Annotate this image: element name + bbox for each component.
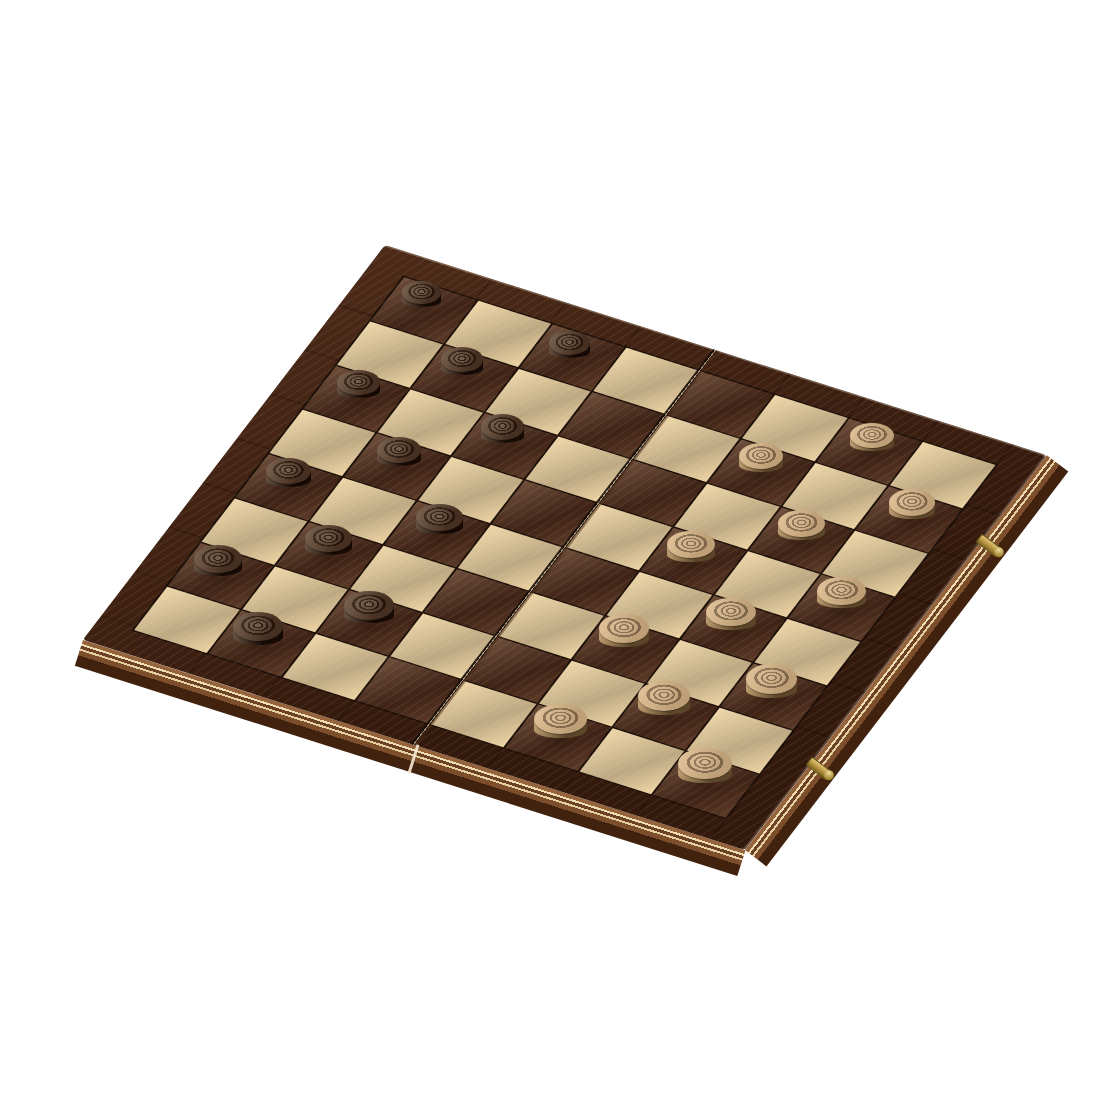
product-photo-stage <box>0 0 1120 1120</box>
checkers-board <box>83 245 1047 850</box>
